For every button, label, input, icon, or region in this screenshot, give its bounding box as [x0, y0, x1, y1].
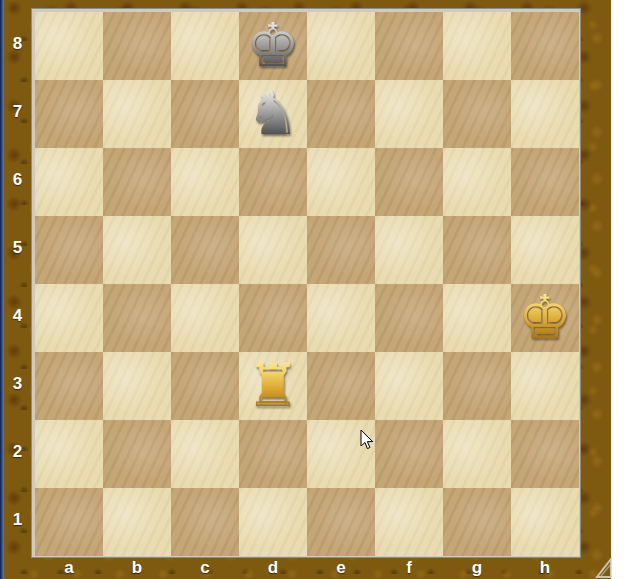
square-a8[interactable] [35, 12, 103, 80]
square-f2[interactable] [375, 420, 443, 488]
square-g4[interactable] [443, 284, 511, 352]
square-b4[interactable] [103, 284, 171, 352]
square-a7[interactable] [35, 80, 103, 148]
file-label-d: d [239, 557, 307, 579]
square-b6[interactable] [103, 148, 171, 216]
rank-label-7: 7 [4, 80, 31, 148]
square-b8[interactable] [103, 12, 171, 80]
square-f8[interactable] [375, 12, 443, 80]
square-g2[interactable] [443, 420, 511, 488]
rank-label-3: 3 [4, 352, 31, 420]
square-d1[interactable] [239, 488, 307, 556]
file-label-b: b [103, 557, 171, 579]
square-h1[interactable] [511, 488, 579, 556]
square-f5[interactable] [375, 216, 443, 284]
piece-white-rook[interactable]: ♜ [239, 352, 307, 420]
rank-label-5: 5 [4, 216, 31, 284]
rank-label-4: 4 [4, 284, 31, 352]
square-d6[interactable] [239, 148, 307, 216]
mouse-cursor-icon [360, 430, 374, 451]
square-d3[interactable]: ♜ [239, 352, 307, 420]
square-g7[interactable] [443, 80, 511, 148]
square-d5[interactable] [239, 216, 307, 284]
square-g3[interactable] [443, 352, 511, 420]
square-b1[interactable] [103, 488, 171, 556]
square-c2[interactable] [171, 420, 239, 488]
square-h4[interactable]: ♚ [511, 284, 579, 352]
chess-app-window: ♚♞♚♜ 87654321 abcdefgh [0, 0, 640, 579]
square-d2[interactable] [239, 420, 307, 488]
square-h7[interactable] [511, 80, 579, 148]
rank-label-8: 8 [4, 12, 31, 80]
rank-label-2: 2 [4, 420, 31, 488]
square-g5[interactable] [443, 216, 511, 284]
square-e3[interactable] [307, 352, 375, 420]
rank-labels: 87654321 [4, 12, 31, 556]
square-a1[interactable] [35, 488, 103, 556]
square-b5[interactable] [103, 216, 171, 284]
square-a3[interactable] [35, 352, 103, 420]
square-c4[interactable] [171, 284, 239, 352]
file-label-g: g [443, 557, 511, 579]
square-f4[interactable] [375, 284, 443, 352]
square-e5[interactable] [307, 216, 375, 284]
square-c6[interactable] [171, 148, 239, 216]
file-label-h: h [511, 557, 579, 579]
square-a2[interactable] [35, 420, 103, 488]
piece-black-king[interactable]: ♚ [239, 12, 307, 80]
square-c7[interactable] [171, 80, 239, 148]
square-b2[interactable] [103, 420, 171, 488]
square-c1[interactable] [171, 488, 239, 556]
square-d4[interactable] [239, 284, 307, 352]
piece-black-knight[interactable]: ♞ [239, 80, 307, 148]
square-f6[interactable] [375, 148, 443, 216]
square-f3[interactable] [375, 352, 443, 420]
file-label-f: f [375, 557, 443, 579]
piece-white-king[interactable]: ♚ [511, 284, 579, 352]
square-f7[interactable] [375, 80, 443, 148]
resize-grip-icon[interactable] [594, 556, 614, 579]
file-labels: abcdefgh [35, 557, 579, 579]
square-a6[interactable] [35, 148, 103, 216]
file-label-c: c [171, 557, 239, 579]
square-g6[interactable] [443, 148, 511, 216]
square-h2[interactable] [511, 420, 579, 488]
square-h6[interactable] [511, 148, 579, 216]
square-a5[interactable] [35, 216, 103, 284]
square-e6[interactable] [307, 148, 375, 216]
square-e4[interactable] [307, 284, 375, 352]
square-e7[interactable] [307, 80, 375, 148]
square-b3[interactable] [103, 352, 171, 420]
square-a4[interactable] [35, 284, 103, 352]
chess-board[interactable]: ♚♞♚♜ [35, 12, 579, 556]
square-g1[interactable] [443, 488, 511, 556]
square-c5[interactable] [171, 216, 239, 284]
square-h5[interactable] [511, 216, 579, 284]
rank-label-1: 1 [4, 488, 31, 556]
square-c8[interactable] [171, 12, 239, 80]
square-b7[interactable] [103, 80, 171, 148]
square-d8[interactable]: ♚ [239, 12, 307, 80]
file-label-a: a [35, 557, 103, 579]
square-h3[interactable] [511, 352, 579, 420]
square-g8[interactable] [443, 12, 511, 80]
square-h8[interactable] [511, 12, 579, 80]
file-label-e: e [307, 557, 375, 579]
square-e1[interactable] [307, 488, 375, 556]
square-d7[interactable]: ♞ [239, 80, 307, 148]
square-f1[interactable] [375, 488, 443, 556]
square-c3[interactable] [171, 352, 239, 420]
square-e8[interactable] [307, 12, 375, 80]
rank-label-6: 6 [4, 148, 31, 216]
